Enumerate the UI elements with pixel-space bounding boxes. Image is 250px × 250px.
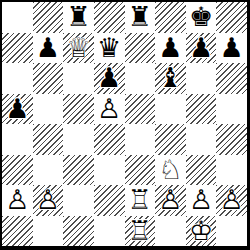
square-h8[interactable] xyxy=(216,2,247,33)
piece-black-king: ♚ xyxy=(186,2,217,33)
square-g2[interactable]: ♟♙ xyxy=(186,185,217,216)
square-b2[interactable]: ♟♙ xyxy=(33,185,64,216)
square-g8[interactable]: ♚ xyxy=(186,2,217,33)
piece-black-pawn: ♟ xyxy=(216,33,247,64)
square-f8[interactable] xyxy=(155,2,186,33)
square-b4[interactable] xyxy=(33,124,64,155)
square-f4[interactable] xyxy=(155,124,186,155)
square-d5[interactable]: ♟♙ xyxy=(94,94,125,125)
square-a8[interactable] xyxy=(2,2,33,33)
square-d2[interactable] xyxy=(94,185,125,216)
square-f5[interactable] xyxy=(155,94,186,125)
piece-black-rook: ♜ xyxy=(125,2,156,33)
piece-black-pawn: ♟ xyxy=(186,33,217,64)
square-g1[interactable]: ♚♔ xyxy=(186,216,217,247)
square-h6[interactable] xyxy=(216,63,247,94)
square-c2[interactable] xyxy=(63,185,94,216)
square-c3[interactable] xyxy=(63,155,94,186)
square-d7[interactable]: ♛ xyxy=(94,33,125,64)
square-a2[interactable]: ♟♙ xyxy=(2,185,33,216)
square-a3[interactable] xyxy=(2,155,33,186)
square-h4[interactable] xyxy=(216,124,247,155)
square-c6[interactable] xyxy=(63,63,94,94)
square-a1[interactable] xyxy=(2,216,33,247)
piece-black-pawn: ♟ xyxy=(155,33,186,64)
square-b1[interactable] xyxy=(33,216,64,247)
square-f3[interactable]: ♞♘ xyxy=(155,155,186,186)
piece-white-pawn: ♟♙ xyxy=(155,185,186,216)
square-c4[interactable] xyxy=(63,124,94,155)
piece-black-pawn: ♟ xyxy=(94,63,125,94)
piece-white-rook: ♜♖ xyxy=(125,216,156,247)
square-f2[interactable]: ♟♙ xyxy=(155,185,186,216)
square-d3[interactable] xyxy=(94,155,125,186)
piece-white-pawn: ♟♙ xyxy=(2,185,33,216)
square-c7[interactable]: ♛♕ xyxy=(63,33,94,64)
square-g5[interactable] xyxy=(186,94,217,125)
square-c8[interactable]: ♜ xyxy=(63,2,94,33)
square-g4[interactable] xyxy=(186,124,217,155)
square-d6[interactable]: ♟ xyxy=(94,63,125,94)
piece-black-queen: ♛ xyxy=(94,33,125,64)
piece-black-pawn: ♟ xyxy=(2,94,33,125)
square-e2[interactable]: ♜♖ xyxy=(125,185,156,216)
square-f1[interactable] xyxy=(155,216,186,247)
piece-white-king: ♚♔ xyxy=(186,216,217,247)
square-a7[interactable] xyxy=(2,33,33,64)
square-d8[interactable] xyxy=(94,2,125,33)
square-b3[interactable] xyxy=(33,155,64,186)
square-f6[interactable]: ♝ xyxy=(155,63,186,94)
square-b8[interactable] xyxy=(33,2,64,33)
piece-black-pawn: ♟ xyxy=(33,33,64,64)
square-a4[interactable] xyxy=(2,124,33,155)
square-e6[interactable] xyxy=(125,63,156,94)
square-h5[interactable] xyxy=(216,94,247,125)
square-e5[interactable] xyxy=(125,94,156,125)
piece-white-pawn: ♟♙ xyxy=(186,185,217,216)
square-g3[interactable] xyxy=(186,155,217,186)
square-g7[interactable]: ♟ xyxy=(186,33,217,64)
piece-white-rook: ♜♖ xyxy=(125,185,156,216)
square-f7[interactable]: ♟ xyxy=(155,33,186,64)
square-g6[interactable] xyxy=(186,63,217,94)
square-b6[interactable] xyxy=(33,63,64,94)
piece-black-bishop: ♝ xyxy=(155,63,186,94)
square-h1[interactable] xyxy=(216,216,247,247)
piece-white-pawn: ♟♙ xyxy=(216,185,247,216)
square-h7[interactable]: ♟ xyxy=(216,33,247,64)
square-h2[interactable]: ♟♙ xyxy=(216,185,247,216)
square-c5[interactable] xyxy=(63,94,94,125)
square-e1[interactable]: ♜♖ xyxy=(125,216,156,247)
square-a5[interactable]: ♟ xyxy=(2,94,33,125)
piece-black-rook: ♜ xyxy=(63,2,94,33)
piece-white-knight: ♞♘ xyxy=(155,155,186,186)
square-d1[interactable] xyxy=(94,216,125,247)
square-b7[interactable]: ♟ xyxy=(33,33,64,64)
square-e7[interactable] xyxy=(125,33,156,64)
square-e3[interactable] xyxy=(125,155,156,186)
square-e8[interactable]: ♜ xyxy=(125,2,156,33)
piece-white-pawn: ♟♙ xyxy=(33,185,64,216)
square-b5[interactable] xyxy=(33,94,64,125)
square-a6[interactable] xyxy=(2,63,33,94)
piece-white-queen: ♛♕ xyxy=(63,33,94,64)
square-h3[interactable] xyxy=(216,155,247,186)
square-d4[interactable] xyxy=(94,124,125,155)
piece-white-pawn: ♟♙ xyxy=(94,94,125,125)
square-c1[interactable] xyxy=(63,216,94,247)
chess-board: ♜♜♚♟♛♕♛♟♟♟♟♝♟♟♙♞♘♟♙♟♙♜♖♟♙♟♙♟♙♜♖♚♔ xyxy=(0,0,250,250)
square-e4[interactable] xyxy=(125,124,156,155)
